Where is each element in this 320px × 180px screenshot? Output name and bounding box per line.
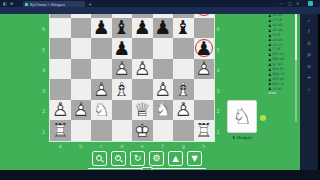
window-minimize-button[interactable]: —	[279, 0, 283, 7]
square-b6[interactable]	[71, 18, 92, 39]
sidebar-icon-+[interactable]: +	[307, 75, 311, 80]
letterbox-bar	[0, 170, 320, 180]
flip-board-button[interactable]: ↻	[130, 151, 145, 166]
square-e2[interactable]: ♛♕	[132, 100, 153, 121]
square-b4[interactable]	[71, 59, 92, 80]
piece-wQ-outline: ♕	[132, 100, 153, 121]
move-text: Nh3-f2	[273, 83, 284, 86]
flip-icon: ↻	[134, 154, 142, 163]
square-g4[interactable]	[173, 59, 194, 80]
piece-bP[interactable]: ♟	[91, 18, 112, 39]
file-label-c: c	[91, 144, 112, 149]
square-a2[interactable]: ♟♙	[50, 100, 71, 121]
square-b1[interactable]	[71, 120, 92, 141]
piece-bP[interactable]: ♟	[112, 38, 133, 59]
video-frame: ◧ ⊞ PyChess • Shogun + — ▢ ✕ ← → ↻ pyche…	[0, 0, 320, 180]
square-c3[interactable]: ♟♙	[91, 79, 112, 100]
square-b5[interactable]	[71, 38, 92, 59]
file-label-b: b	[71, 144, 92, 149]
browser-sidebar: ⌕fbpo+i	[300, 14, 318, 171]
magnifier-plus-icon: +	[115, 155, 123, 163]
file-label-e: e	[132, 144, 153, 149]
zoom-out-button[interactable]: -	[92, 151, 107, 166]
square-c2[interactable]: ♞♘	[91, 100, 112, 121]
square-c5[interactable]	[91, 38, 112, 59]
sidebar-icon-f[interactable]: f	[308, 29, 310, 34]
window-close-button[interactable]: ✕	[296, 0, 299, 7]
square-c1[interactable]	[91, 120, 112, 141]
square-d1[interactable]	[112, 120, 133, 141]
square-d3[interactable]: ♝♗	[112, 79, 133, 100]
file-label-d: d	[112, 144, 133, 149]
square-g2[interactable]: ♟♙	[173, 100, 194, 121]
move-text: f2-f3	[273, 34, 281, 37]
move-text: d2-d4	[273, 24, 283, 27]
piece-wP-outline: ♙	[71, 100, 92, 121]
move-text: Ng1-h3	[273, 73, 285, 76]
move-text: d7-d5	[273, 29, 283, 32]
piece-wR-outline: ♖	[194, 120, 215, 141]
pocket-count: 1	[232, 135, 235, 140]
scrollbar-thumb[interactable]	[295, 14, 298, 60]
square-f1[interactable]	[153, 120, 174, 141]
square-b3[interactable]	[71, 79, 92, 100]
red-circle-annotation	[195, 14, 213, 17]
square-g5[interactable]	[173, 38, 194, 59]
browser-titlebar: ◧ ⊞ PyChess • Shogun + — ▢ ✕	[0, 0, 320, 7]
game-result: draw	[268, 92, 295, 97]
square-h1[interactable]: ♜♖	[194, 120, 215, 141]
square-d2[interactable]	[112, 100, 133, 121]
square-h6[interactable]	[194, 18, 215, 39]
square-g1[interactable]	[173, 120, 194, 141]
piece-wP-outline: ♙	[173, 100, 194, 121]
square-f6[interactable]: ♟	[153, 18, 174, 39]
status-dot	[260, 115, 266, 121]
sidebar-icon-p[interactable]: p	[307, 52, 310, 57]
magnifier-minus-icon: -	[96, 155, 104, 163]
piece-bP[interactable]: ♟	[153, 18, 174, 39]
square-e6[interactable]: ♟	[132, 18, 153, 39]
rank-label-right-3: 3	[217, 89, 220, 94]
square-f3[interactable]: ♟♙	[153, 79, 174, 100]
rank-label-right-5: 5	[217, 48, 220, 53]
move-text: Bc8-f5	[273, 68, 284, 71]
square-h5[interactable]: ♟	[194, 38, 215, 59]
file-label-a: a	[50, 144, 71, 149]
square-e1[interactable]: ♚♔	[132, 120, 153, 141]
pocket-label: shogun	[236, 135, 251, 140]
rank-label-right-6: 6	[217, 27, 220, 32]
piece-wB-outline: ♗	[173, 79, 194, 100]
move-text: Bf8-d6	[273, 58, 284, 61]
sidebar-icon-i[interactable]: i	[308, 87, 309, 92]
movelist-scrollbar[interactable]	[295, 14, 298, 122]
scroll-up-button[interactable]: ▲	[168, 151, 183, 166]
square-g3[interactable]: ♝♗	[173, 79, 194, 100]
rank-label-right-1: 1	[217, 130, 220, 135]
square-e5[interactable]	[132, 38, 153, 59]
piece-wP-outline: ♙	[50, 100, 71, 121]
rank-label-left-2: 2	[42, 109, 45, 114]
tab-favicon	[25, 3, 28, 6]
piece-wP-outline: ♙	[91, 79, 112, 100]
drop-pocket[interactable]: ♞♘	[227, 100, 257, 133]
square-d5[interactable]: ♟	[112, 38, 133, 59]
square-h2[interactable]	[194, 100, 215, 121]
browser-profile-icon[interactable]	[308, 1, 313, 6]
square-h4[interactable]: ♟♙	[194, 59, 215, 80]
square-g6[interactable]: ♝	[173, 18, 194, 39]
settings-button[interactable]: ⚙	[149, 151, 164, 166]
square-b2[interactable]: ♟♙	[71, 100, 92, 121]
file-label-g: g	[173, 144, 194, 149]
gear-icon: ⚙	[152, 154, 160, 163]
piece-wN-outline: ♘	[153, 100, 174, 121]
rank-label-left-1: 1	[42, 130, 45, 135]
rank-label-left-4: 4	[42, 68, 45, 73]
up-triangle-icon: ▲	[172, 155, 178, 163]
window-menu-icon[interactable]: ◧	[3, 0, 7, 7]
move-text: Bf5-g6	[273, 78, 284, 81]
rank-label-right-2: 2	[217, 109, 220, 114]
square-a5[interactable]	[50, 38, 71, 59]
square-e4[interactable]: ♟♙	[132, 59, 153, 80]
move-piece-icon: ♟	[268, 29, 272, 33]
new-tab-button[interactable]: +	[88, 0, 92, 7]
result-text: draw	[268, 92, 276, 95]
rank-label-left-3: 3	[42, 89, 45, 94]
chess-board: ♟♟♛♚♜♟♟♝♟♟♝♟♟♟♙♟♙♟♙♟♙♝♗♟♙♝♗♟♙♟♙♞♘♛♕♞♘♟♙♜…	[50, 14, 214, 141]
piece-wK-outline: ♔	[132, 120, 153, 141]
piece-wP-outline: ♙	[153, 79, 174, 100]
sidebar-icon-b[interactable]: b	[307, 41, 310, 46]
piece-wR-outline: ♖	[50, 120, 71, 141]
square-d4[interactable]: ♟♙	[112, 59, 133, 80]
square-f4[interactable]	[153, 59, 174, 80]
move-text: f7-f6	[273, 48, 281, 51]
square-a4[interactable]	[50, 59, 71, 80]
piece-wB-outline: ♗	[112, 79, 133, 100]
piece-bB[interactable]: ♝	[112, 18, 133, 39]
piece-wN-outline: ♘	[91, 100, 112, 121]
file-label-f: f	[153, 144, 174, 149]
scroll-down-button[interactable]: ▼	[187, 151, 202, 166]
square-f5[interactable]	[153, 38, 174, 59]
file-label-h: h	[194, 144, 215, 149]
bottom-panel-edge: ⌄	[88, 168, 206, 169]
move-text: c7-c6	[273, 19, 282, 22]
rank-label-left-5: 5	[42, 48, 45, 53]
move-text: g2-g3	[273, 63, 283, 66]
piece-bP[interactable]: ♟	[194, 38, 215, 59]
move-list[interactable]: ♟e2-e4♟c7-c6♟d2-d4♟d7-d5♟f2-f3♟e7-e6♟c2-…	[268, 14, 295, 97]
window-maximize-button[interactable]: ▢	[288, 0, 292, 7]
move-text: h7-h5	[273, 88, 283, 91]
zoom-in-button[interactable]: +	[111, 151, 126, 166]
rank-label-left-6: 6	[42, 27, 45, 32]
square-a6[interactable]	[50, 18, 71, 39]
square-a3[interactable]	[50, 79, 71, 100]
chess-page: ♟♟♛♚♜♟♟♝♟♟♝♟♟♟♙♟♙♟♙♟♙♝♗♟♙♝♗♟♙♟♙♞♘♛♕♞♘♟♙♜…	[0, 14, 300, 171]
square-a1[interactable]: ♜♖	[50, 120, 71, 141]
pocket-caption: 1 shogun	[222, 135, 262, 140]
square-e3[interactable]	[132, 79, 153, 100]
move-text: e7-e6	[273, 39, 283, 42]
square-h3[interactable]	[194, 79, 215, 100]
square-c6[interactable]: ♟	[91, 18, 112, 39]
piece-wP-outline: ♙	[194, 59, 215, 80]
piece-wP-outline: ♙	[132, 59, 153, 80]
down-triangle-icon: ▼	[191, 155, 197, 163]
piece-wP-outline: ♙	[112, 59, 133, 80]
move-text: c2-c3	[273, 44, 282, 47]
piece-wN-outline: ♘	[228, 101, 256, 132]
square-c4[interactable]	[91, 59, 112, 80]
sidebar-icon-o[interactable]: o	[307, 64, 310, 69]
piece-bB[interactable]: ♝	[173, 18, 194, 39]
move-text: Bf1-d3	[273, 53, 284, 56]
square-d6[interactable]: ♝	[112, 18, 133, 39]
sidebar-icon-⌕[interactable]: ⌕	[308, 18, 311, 23]
square-f2[interactable]: ♞♘	[153, 100, 174, 121]
move-text: e2-e4	[273, 14, 283, 17]
tab-title: PyChess • Shogun	[30, 2, 65, 7]
board-toolbar: -+↻⚙▲▼	[92, 151, 202, 166]
workspace-icon[interactable]: ⊞	[10, 0, 13, 7]
piece-bP[interactable]: ♟	[132, 18, 153, 39]
rank-label-right-4: 4	[217, 68, 220, 73]
